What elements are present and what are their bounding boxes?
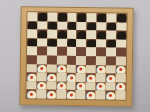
square-r5c5[interactable]: [67, 47, 77, 56]
square-r10c7[interactable]: ●: [86, 91, 96, 100]
square-r5c7[interactable]: [86, 48, 96, 57]
red-dot: [109, 76, 112, 79]
square-r2c9[interactable]: ●: [107, 22, 117, 31]
square-r10c4[interactable]: [56, 90, 66, 99]
square-r3c10[interactable]: ●: [116, 31, 126, 40]
square-r1c1[interactable]: [27, 12, 37, 21]
square-r2c6[interactable]: [77, 22, 87, 31]
square-r8c6[interactable]: [76, 73, 86, 82]
square-r10c2[interactable]: [36, 90, 46, 99]
square-r10c6[interactable]: [76, 90, 86, 99]
square-r1c10[interactable]: ●: [117, 14, 127, 23]
square-r6c4[interactable]: [57, 56, 67, 65]
red-dot: [80, 67, 83, 70]
black-piece[interactable]: ●: [67, 39, 77, 48]
square-r4c4[interactable]: [57, 39, 67, 48]
square-r7c10[interactable]: ●: [116, 65, 126, 74]
square-r1c2[interactable]: ●: [37, 12, 47, 21]
white-piece[interactable]: ●: [86, 91, 96, 100]
square-r5c2[interactable]: [37, 47, 47, 56]
square-r10c1[interactable]: ●: [26, 90, 36, 99]
square-r10c3[interactable]: ●: [46, 90, 56, 99]
square-r9c7[interactable]: [86, 82, 96, 91]
square-r9c10[interactable]: ●: [116, 82, 126, 91]
square-r3c3[interactable]: [47, 30, 57, 39]
white-piece[interactable]: ●: [66, 90, 76, 99]
red-dot: [119, 68, 122, 71]
board-grid: ●●●●●●●●●●●●●●●●●●●●●●●●●●●●●●●●●●●●●●●●: [25, 11, 127, 100]
square-r9c1[interactable]: [27, 81, 37, 90]
red-dot: [80, 85, 83, 88]
white-piece[interactable]: ●: [46, 90, 56, 99]
black-piece[interactable]: ●: [47, 21, 57, 30]
square-r4c7[interactable]: ●: [87, 39, 97, 48]
black-piece[interactable]: ●: [57, 13, 67, 22]
square-r6c9[interactable]: [106, 56, 116, 65]
square-r5c4[interactable]: [57, 47, 67, 56]
black-piece[interactable]: ●: [97, 30, 107, 39]
white-piece[interactable]: ●: [116, 82, 126, 91]
square-r7c7[interactable]: [86, 65, 96, 74]
white-piece[interactable]: ●: [106, 74, 116, 83]
square-r7c5[interactable]: [66, 64, 76, 73]
red-dot: [60, 84, 63, 87]
square-r7c9[interactable]: [106, 65, 116, 74]
white-piece[interactable]: ●: [27, 72, 37, 81]
square-r3c6[interactable]: ●: [77, 30, 87, 39]
red-dot: [40, 67, 43, 70]
black-piece[interactable]: ●: [87, 39, 97, 48]
white-piece[interactable]: ●: [76, 65, 86, 74]
square-r7c1[interactable]: [27, 64, 37, 73]
square-r8c9[interactable]: ●: [106, 74, 116, 83]
red-dot: [70, 76, 73, 79]
square-r1c3[interactable]: [47, 13, 57, 22]
red-dot: [89, 93, 92, 96]
square-r8c8[interactable]: [96, 73, 106, 82]
square-r6c1[interactable]: [27, 55, 37, 64]
square-r1c9[interactable]: [107, 13, 117, 22]
square-r2c5[interactable]: ●: [67, 21, 77, 30]
square-r2c3[interactable]: ●: [47, 21, 57, 30]
square-r9c5[interactable]: [66, 82, 76, 91]
square-r6c3[interactable]: [47, 56, 57, 65]
square-r7c4[interactable]: ●: [56, 64, 66, 73]
black-piece[interactable]: ●: [77, 13, 87, 22]
black-piece[interactable]: ●: [77, 30, 87, 39]
red-dot: [99, 85, 102, 88]
white-piece[interactable]: ●: [96, 65, 106, 74]
square-r4c8[interactable]: [96, 39, 106, 48]
square-r7c6[interactable]: ●: [76, 65, 86, 74]
square-r4c5[interactable]: ●: [67, 39, 77, 48]
square-r3c5[interactable]: [67, 30, 77, 39]
white-piece[interactable]: ●: [66, 73, 76, 82]
square-r7c2[interactable]: ●: [37, 64, 47, 73]
square-r2c4[interactable]: [57, 21, 67, 30]
square-r7c3[interactable]: [47, 64, 57, 73]
white-piece[interactable]: ●: [56, 82, 66, 91]
black-piece[interactable]: ●: [47, 38, 57, 47]
white-piece[interactable]: ●: [106, 91, 116, 100]
red-dot: [69, 93, 72, 96]
square-r9c3[interactable]: [46, 81, 56, 90]
square-r8c10[interactable]: [116, 74, 126, 83]
square-r8c5[interactable]: ●: [66, 73, 76, 82]
square-r9c8[interactable]: ●: [96, 82, 106, 91]
square-r6c10[interactable]: [116, 57, 126, 66]
square-r3c2[interactable]: ●: [37, 30, 47, 39]
white-piece[interactable]: ●: [26, 90, 36, 99]
square-r1c4[interactable]: ●: [57, 13, 67, 22]
red-dot: [109, 94, 112, 97]
square-r10c9[interactable]: ●: [106, 91, 116, 100]
square-r3c9[interactable]: [106, 31, 116, 40]
square-r8c7[interactable]: ●: [86, 73, 96, 82]
black-piece[interactable]: ●: [37, 30, 47, 39]
red-dot: [50, 76, 53, 79]
red-dot: [119, 85, 122, 88]
square-r5c9[interactable]: [106, 48, 116, 57]
square-r9c2[interactable]: ●: [36, 81, 46, 90]
square-r10c10[interactable]: [115, 91, 125, 100]
square-r1c7[interactable]: [87, 13, 97, 22]
square-r4c3[interactable]: ●: [47, 38, 57, 47]
square-r8c2[interactable]: [37, 73, 47, 82]
black-piece[interactable]: ●: [117, 14, 127, 23]
white-piece[interactable]: ●: [116, 65, 126, 74]
square-r10c5[interactable]: ●: [66, 90, 76, 99]
red-dot: [90, 76, 93, 79]
square-r2c1[interactable]: ●: [27, 21, 37, 30]
square-r4c6[interactable]: [77, 39, 87, 48]
square-r8c3[interactable]: ●: [46, 73, 56, 82]
square-r1c6[interactable]: ●: [77, 13, 87, 22]
red-dot: [40, 84, 43, 87]
square-r4c10[interactable]: [116, 39, 126, 48]
square-r8c4[interactable]: [56, 73, 66, 82]
square-r3c4[interactable]: ●: [57, 30, 67, 39]
square-r9c6[interactable]: ●: [76, 82, 86, 91]
black-piece[interactable]: ●: [107, 22, 117, 31]
square-r2c7[interactable]: ●: [87, 22, 97, 31]
square-r10c8[interactable]: [96, 91, 106, 100]
square-r2c2[interactable]: [37, 21, 47, 30]
square-r5c6[interactable]: [76, 47, 86, 56]
square-r1c8[interactable]: ●: [97, 13, 107, 22]
square-r7c8[interactable]: ●: [96, 65, 106, 74]
square-r4c2[interactable]: [37, 38, 47, 47]
black-piece[interactable]: ●: [97, 13, 107, 22]
square-r3c7[interactable]: [87, 30, 97, 39]
draughts-board: ●●●●●●●●●●●●●●●●●●●●●●●●●●●●●●●●●●●●●●●●: [19, 6, 133, 107]
square-r5c8[interactable]: [96, 48, 106, 57]
square-r6c5[interactable]: [66, 56, 76, 65]
red-dot: [100, 68, 103, 71]
square-r6c2[interactable]: [37, 55, 47, 64]
black-piece[interactable]: ●: [27, 21, 37, 30]
square-r6c8[interactable]: [96, 56, 106, 65]
square-r3c8[interactable]: ●: [97, 30, 107, 39]
square-r9c4[interactable]: ●: [56, 82, 66, 91]
black-piece[interactable]: ●: [106, 39, 116, 48]
black-piece[interactable]: ●: [67, 21, 77, 30]
square-r2c8[interactable]: [97, 22, 107, 31]
square-r2c10[interactable]: [116, 22, 126, 31]
square-r4c9[interactable]: ●: [106, 39, 116, 48]
photo-background: ●●●●●●●●●●●●●●●●●●●●●●●●●●●●●●●●●●●●●●●●: [0, 0, 150, 112]
white-piece[interactable]: ●: [56, 64, 66, 73]
square-r4c1[interactable]: ●: [27, 38, 37, 47]
red-dot: [60, 67, 63, 70]
square-r6c6[interactable]: [76, 56, 86, 65]
square-r8c1[interactable]: ●: [27, 72, 37, 81]
red-dot: [30, 75, 33, 78]
red-dot: [50, 93, 53, 96]
square-r5c10[interactable]: [116, 48, 126, 57]
white-piece[interactable]: ●: [76, 82, 86, 91]
square-r5c3[interactable]: [47, 47, 57, 56]
black-piece[interactable]: ●: [87, 22, 97, 31]
square-r9c9[interactable]: [106, 82, 116, 91]
black-piece[interactable]: ●: [116, 31, 126, 40]
red-dot: [30, 93, 33, 96]
black-piece[interactable]: ●: [37, 12, 47, 21]
square-r1c5[interactable]: [67, 13, 77, 22]
square-r5c1[interactable]: [27, 47, 37, 56]
white-piece[interactable]: ●: [37, 64, 47, 73]
square-r6c7[interactable]: [86, 56, 96, 65]
black-piece[interactable]: ●: [57, 30, 67, 39]
black-piece[interactable]: ●: [27, 38, 37, 47]
white-piece[interactable]: ●: [46, 73, 56, 82]
white-piece[interactable]: ●: [96, 82, 106, 91]
square-r3c1[interactable]: [27, 29, 37, 38]
white-piece[interactable]: ●: [36, 81, 46, 90]
white-piece[interactable]: ●: [86, 73, 96, 82]
